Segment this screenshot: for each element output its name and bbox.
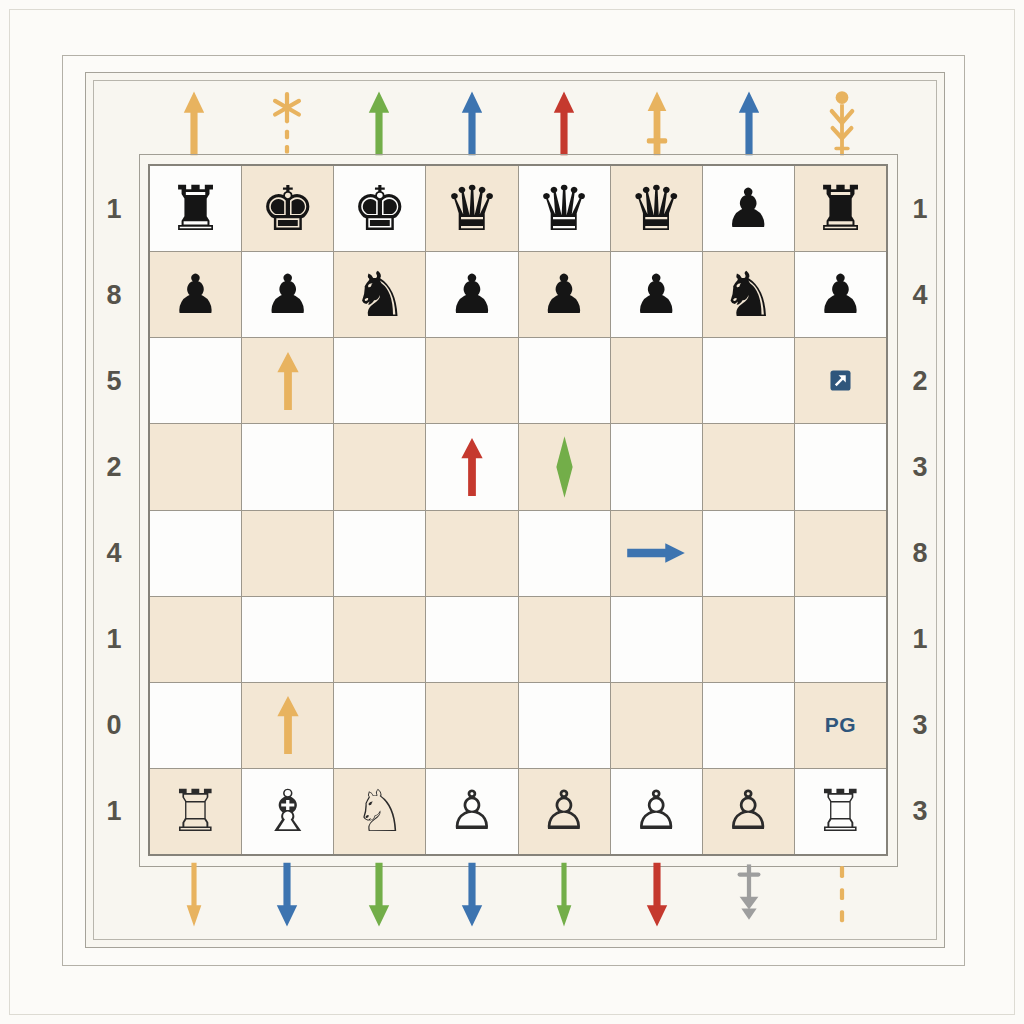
square-d2[interactable]: ♟ xyxy=(426,252,517,337)
black-pawn-icon: ♟ xyxy=(540,268,588,322)
orange-arrow-up-icon xyxy=(273,694,303,756)
square-f5[interactable] xyxy=(611,511,702,596)
square-f2[interactable]: ♟ xyxy=(611,252,702,337)
red-arrow-down-icon xyxy=(640,856,674,934)
red-arrow-up-icon xyxy=(547,84,581,162)
left-coordinate-labels: 18524101 xyxy=(94,166,134,854)
square-b6[interactable] xyxy=(242,597,333,682)
red-arrow-up-icon xyxy=(457,436,487,498)
bottom-arrow-b xyxy=(241,856,334,942)
white-pawn-icon: ♙ xyxy=(540,784,588,838)
square-d1[interactable]: ♛ xyxy=(426,166,517,251)
square-d5[interactable] xyxy=(426,511,517,596)
square-h7[interactable]: PG xyxy=(795,683,886,768)
square-e5[interactable] xyxy=(519,511,610,596)
square-c7[interactable] xyxy=(334,683,425,768)
square-d4[interactable] xyxy=(426,424,517,509)
darkblue-link-icon xyxy=(830,370,851,391)
square-f6[interactable] xyxy=(611,597,702,682)
square-h8[interactable]: ♖ xyxy=(795,769,886,854)
square-g8[interactable]: ♙ xyxy=(703,769,794,854)
orange-scepter-icon xyxy=(825,84,859,162)
top-arrow-g xyxy=(703,80,796,162)
square-g6[interactable] xyxy=(703,597,794,682)
square-c6[interactable] xyxy=(334,597,425,682)
square-f7[interactable] xyxy=(611,683,702,768)
square-f4[interactable] xyxy=(611,424,702,509)
white-rook-icon: ♖ xyxy=(170,782,222,840)
white-knight-icon: ♘ xyxy=(354,782,406,840)
black-pawn-icon: ♟ xyxy=(171,268,219,322)
square-g3[interactable] xyxy=(703,338,794,423)
square-a7[interactable] xyxy=(150,683,241,768)
square-b2[interactable]: ♟ xyxy=(242,252,333,337)
square-b5[interactable] xyxy=(242,511,333,596)
left-label-row5: 4 xyxy=(94,510,134,596)
square-c5[interactable] xyxy=(334,511,425,596)
right-label-row5: 8 xyxy=(900,510,940,596)
page: 18524101 14238133 ♜♚♚♛♛♛♟♜♟♟♞♟♟♟♞♟PG♖♗♘♙… xyxy=(0,0,1024,1024)
black-king-icon: ♚ xyxy=(352,178,408,240)
pg-annotation: PG xyxy=(825,713,856,737)
black-pawn-icon: ♟ xyxy=(816,268,864,322)
black-pawn-icon: ♟ xyxy=(448,268,496,322)
orange-asterisk-dash-icon xyxy=(270,84,304,162)
top-arrow-b xyxy=(241,80,334,162)
square-g2[interactable]: ♞ xyxy=(703,252,794,337)
blue-arrow-right-icon xyxy=(625,540,687,566)
square-b1[interactable]: ♚ xyxy=(242,166,333,251)
top-arrow-row xyxy=(148,80,888,162)
left-label-row3: 5 xyxy=(94,338,134,424)
black-king-icon: ♚ xyxy=(260,178,316,240)
blue-arrow-up-icon xyxy=(732,84,766,162)
orange-arrow-up-icon xyxy=(273,350,303,412)
square-a5[interactable] xyxy=(150,511,241,596)
bottom-arrow-g xyxy=(703,856,796,942)
square-d7[interactable] xyxy=(426,683,517,768)
green-arrow-updown-icon xyxy=(553,435,576,499)
black-pawn-icon: ♟ xyxy=(632,268,680,322)
square-f8[interactable]: ♙ xyxy=(611,769,702,854)
right-label-row7: 3 xyxy=(900,682,940,768)
square-d8[interactable]: ♙ xyxy=(426,769,517,854)
green-arrow-down-icon xyxy=(362,856,396,934)
white-pawn-icon: ♙ xyxy=(448,784,496,838)
square-c1[interactable]: ♚ xyxy=(334,166,425,251)
square-f1[interactable]: ♛ xyxy=(611,166,702,251)
bottom-arrow-a xyxy=(148,856,241,942)
black-knight-icon: ♞ xyxy=(721,264,777,326)
bottom-arrow-e xyxy=(518,856,611,942)
bottom-arrow-f xyxy=(611,856,704,942)
square-a2[interactable]: ♟ xyxy=(150,252,241,337)
square-e6[interactable] xyxy=(519,597,610,682)
top-arrow-f xyxy=(611,80,704,162)
chess-board: ♜♚♚♛♛♛♟♜♟♟♞♟♟♟♞♟PG♖♗♘♙♙♙♙♖ xyxy=(148,164,888,856)
square-g7[interactable] xyxy=(703,683,794,768)
black-queen-icon: ♛ xyxy=(536,178,592,240)
square-a8[interactable]: ♖ xyxy=(150,769,241,854)
square-e4[interactable] xyxy=(519,424,610,509)
black-queen-icon: ♛ xyxy=(628,178,684,240)
black-knight-icon: ♞ xyxy=(352,264,408,326)
left-label-row4: 2 xyxy=(94,424,134,510)
right-coordinate-labels: 14238133 xyxy=(900,166,940,854)
right-label-row3: 2 xyxy=(900,338,940,424)
right-label-row8: 3 xyxy=(900,768,940,854)
square-h3[interactable] xyxy=(795,338,886,423)
top-arrow-a xyxy=(148,80,241,162)
black-queen-icon: ♛ xyxy=(444,178,500,240)
square-h6[interactable] xyxy=(795,597,886,682)
black-rook-icon: ♜ xyxy=(168,178,224,240)
square-h4[interactable] xyxy=(795,424,886,509)
white-rook-icon: ♖ xyxy=(814,782,866,840)
square-a4[interactable] xyxy=(150,424,241,509)
right-label-row2: 4 xyxy=(900,252,940,338)
orange-dashed-line-icon xyxy=(825,856,859,934)
black-rook-icon: ♜ xyxy=(813,178,869,240)
left-label-row7: 0 xyxy=(94,682,134,768)
square-c3[interactable] xyxy=(334,338,425,423)
square-a3[interactable] xyxy=(150,338,241,423)
square-b4[interactable] xyxy=(242,424,333,509)
black-pawn-icon: ♟ xyxy=(263,268,311,322)
left-label-row6: 1 xyxy=(94,596,134,682)
bottom-arrow-row xyxy=(148,856,888,942)
green-arrow-up-icon xyxy=(362,84,396,162)
right-label-row4: 3 xyxy=(900,424,940,510)
square-g5[interactable] xyxy=(703,511,794,596)
square-b7[interactable] xyxy=(242,683,333,768)
bottom-arrow-c xyxy=(333,856,426,942)
black-pawn-icon: ♟ xyxy=(724,182,772,236)
square-e8[interactable]: ♙ xyxy=(519,769,610,854)
square-h5[interactable] xyxy=(795,511,886,596)
square-a6[interactable] xyxy=(150,597,241,682)
right-label-row6: 1 xyxy=(900,596,940,682)
square-e1[interactable]: ♛ xyxy=(519,166,610,251)
white-bishop-icon: ♗ xyxy=(262,782,314,840)
square-e7[interactable] xyxy=(519,683,610,768)
square-h1[interactable]: ♜ xyxy=(795,166,886,251)
blue-arrow-up-icon xyxy=(455,84,489,162)
orange-arrow-down-icon xyxy=(177,856,211,934)
top-arrow-h xyxy=(796,80,889,162)
left-label-row2: 8 xyxy=(94,252,134,338)
square-c2[interactable]: ♞ xyxy=(334,252,425,337)
square-d3[interactable] xyxy=(426,338,517,423)
left-label-row8: 1 xyxy=(94,768,134,854)
blue-arrow-down-icon xyxy=(270,856,304,934)
bottom-arrow-h xyxy=(796,856,889,942)
square-g4[interactable] xyxy=(703,424,794,509)
square-a1[interactable]: ♜ xyxy=(150,166,241,251)
white-pawn-icon: ♙ xyxy=(632,784,680,838)
gray-dagger-down-icon xyxy=(732,856,766,934)
square-h2[interactable]: ♟ xyxy=(795,252,886,337)
square-g1[interactable]: ♟ xyxy=(703,166,794,251)
square-d6[interactable] xyxy=(426,597,517,682)
top-arrow-c xyxy=(333,80,426,162)
blue-arrow-down-icon xyxy=(455,856,489,934)
orange-arrow-up-cross-icon xyxy=(640,84,674,162)
orange-arrow-up-icon xyxy=(177,84,211,162)
square-e3[interactable] xyxy=(519,338,610,423)
right-label-row1: 1 xyxy=(900,166,940,252)
top-arrow-e xyxy=(518,80,611,162)
white-pawn-icon: ♙ xyxy=(724,784,772,838)
bottom-arrow-d xyxy=(426,856,519,942)
green-arrow-down-icon xyxy=(547,856,581,934)
square-e2[interactable]: ♟ xyxy=(519,252,610,337)
square-b8[interactable]: ♗ xyxy=(242,769,333,854)
square-b3[interactable] xyxy=(242,338,333,423)
square-c4[interactable] xyxy=(334,424,425,509)
square-f3[interactable] xyxy=(611,338,702,423)
top-arrow-d xyxy=(426,80,519,162)
square-c8[interactable]: ♘ xyxy=(334,769,425,854)
left-label-row1: 1 xyxy=(94,166,134,252)
